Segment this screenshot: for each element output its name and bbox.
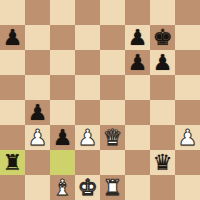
square-d8[interactable] [75,0,100,25]
black-pawn[interactable]: ♟ [50,125,75,150]
square-e6[interactable] [100,50,125,75]
square-a3[interactable] [0,125,25,150]
square-f3[interactable] [125,125,150,150]
square-b3[interactable]: ♟ [25,125,50,150]
square-a5[interactable] [0,75,25,100]
square-c2[interactable] [50,150,75,175]
square-f1[interactable] [125,175,150,200]
square-g5[interactable] [150,75,175,100]
square-c5[interactable] [50,75,75,100]
square-c7[interactable] [50,25,75,50]
black-pawn[interactable]: ♟ [125,25,150,50]
white-pawn[interactable]: ♟ [75,125,100,150]
chess-board: ♟♟♚♟♟♟♟♟♟♛♟♜♛♝♚♜ [0,0,200,200]
white-king[interactable]: ♚ [75,175,100,200]
square-h8[interactable] [175,0,200,25]
square-f2[interactable] [125,150,150,175]
square-e1[interactable]: ♜ [100,175,125,200]
black-queen[interactable]: ♛ [150,150,175,175]
square-d4[interactable] [75,100,100,125]
square-d1[interactable]: ♚ [75,175,100,200]
square-b8[interactable] [25,0,50,25]
white-bishop[interactable]: ♝ [50,175,75,200]
square-g3[interactable] [150,125,175,150]
square-b5[interactable] [25,75,50,100]
white-rook[interactable]: ♜ [100,175,125,200]
square-f6[interactable]: ♟ [125,50,150,75]
square-g2[interactable]: ♛ [150,150,175,175]
square-h1[interactable] [175,175,200,200]
white-pawn[interactable]: ♟ [25,125,50,150]
square-d5[interactable] [75,75,100,100]
square-a4[interactable] [0,100,25,125]
black-rook[interactable]: ♜ [0,150,25,175]
square-e4[interactable] [100,100,125,125]
square-a7[interactable]: ♟ [0,25,25,50]
black-pawn[interactable]: ♟ [25,100,50,125]
square-g4[interactable] [150,100,175,125]
black-pawn[interactable]: ♟ [150,50,175,75]
square-e5[interactable] [100,75,125,100]
square-h7[interactable] [175,25,200,50]
square-d3[interactable]: ♟ [75,125,100,150]
square-f7[interactable]: ♟ [125,25,150,50]
square-h5[interactable] [175,75,200,100]
square-f4[interactable] [125,100,150,125]
square-e7[interactable] [100,25,125,50]
square-c1[interactable]: ♝ [50,175,75,200]
square-c3[interactable]: ♟ [50,125,75,150]
square-h4[interactable] [175,100,200,125]
square-a1[interactable] [0,175,25,200]
black-king[interactable]: ♚ [150,25,175,50]
square-g7[interactable]: ♚ [150,25,175,50]
square-h6[interactable] [175,50,200,75]
square-b6[interactable] [25,50,50,75]
black-pawn[interactable]: ♟ [125,50,150,75]
square-d2[interactable] [75,150,100,175]
square-f5[interactable] [125,75,150,100]
square-h3[interactable]: ♟ [175,125,200,150]
white-pawn[interactable]: ♟ [175,125,200,150]
square-c6[interactable] [50,50,75,75]
square-a8[interactable] [0,0,25,25]
square-a6[interactable] [0,50,25,75]
square-b4[interactable]: ♟ [25,100,50,125]
square-c4[interactable] [50,100,75,125]
square-d7[interactable] [75,25,100,50]
square-g8[interactable] [150,0,175,25]
square-e3[interactable]: ♛ [100,125,125,150]
square-c8[interactable] [50,0,75,25]
square-d6[interactable] [75,50,100,75]
square-b7[interactable] [25,25,50,50]
square-f8[interactable] [125,0,150,25]
black-pawn[interactable]: ♟ [0,25,25,50]
white-queen[interactable]: ♛ [100,125,125,150]
square-a2[interactable]: ♜ [0,150,25,175]
square-e2[interactable] [100,150,125,175]
square-g1[interactable] [150,175,175,200]
square-b1[interactable] [25,175,50,200]
square-e8[interactable] [100,0,125,25]
square-h2[interactable] [175,150,200,175]
square-b2[interactable] [25,150,50,175]
square-g6[interactable]: ♟ [150,50,175,75]
